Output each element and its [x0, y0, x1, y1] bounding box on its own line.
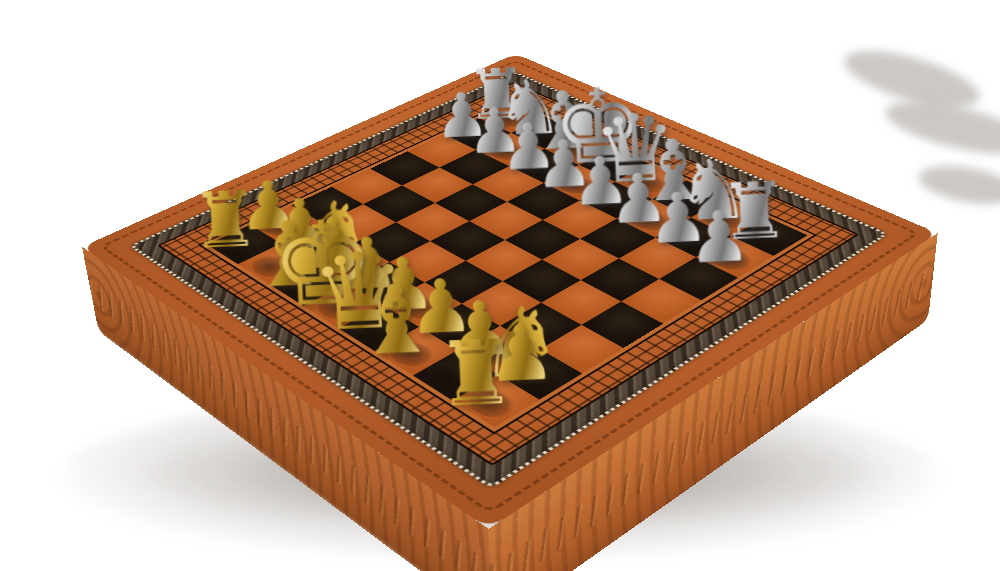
piece-gold-rook-a1: ♜	[433, 327, 517, 420]
piece-cast-shadow-3	[916, 160, 1000, 211]
piece-gold-bishop-c1: ♝	[351, 270, 441, 369]
piece-silver-pawn-a7: ♟	[685, 200, 751, 273]
photo-scene: ♜♞♝♚♛♝♞♜♟♟♟♟♟♟♟♟♟♟♟♟♟♟♟♟♜♞♝♚♛♝♞♜	[0, 0, 1000, 571]
